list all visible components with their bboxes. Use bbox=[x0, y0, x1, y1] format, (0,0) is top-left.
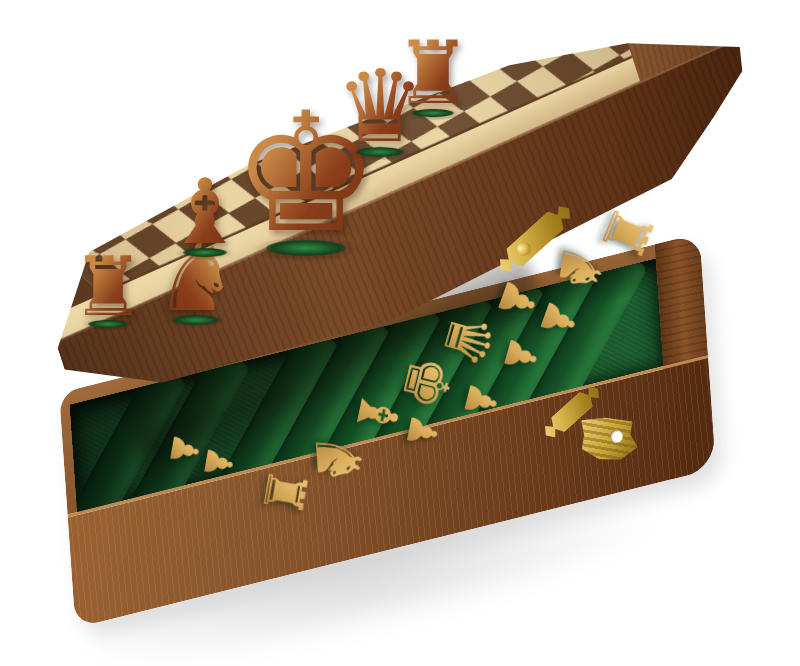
board-pieces-layer: ♜♞♝♚♛♜ bbox=[0, 0, 800, 666]
dark-rook-piece[interactable]: ♜ bbox=[390, 30, 477, 117]
dark-rook-piece[interactable]: ♜ bbox=[67, 246, 149, 328]
chess-set-photo: ♜♞♟♟♛♟♚♟♝♟♞♟♟♜ ♜♞♝♚♛♜ bbox=[0, 0, 800, 666]
